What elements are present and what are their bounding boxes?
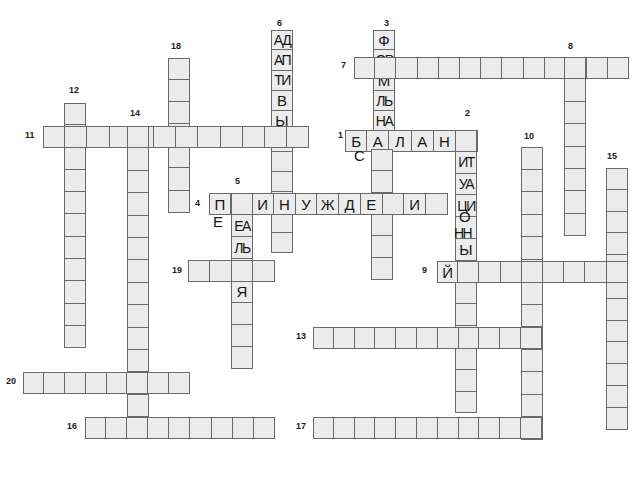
cell — [524, 57, 545, 79]
cell — [271, 172, 293, 192]
cell — [127, 126, 149, 148]
cell — [85, 417, 106, 439]
cell — [460, 57, 481, 79]
cell — [313, 417, 334, 439]
cell — [521, 395, 543, 418]
cell — [371, 214, 393, 236]
cell — [107, 372, 128, 394]
cell — [65, 126, 87, 148]
cell-letter: Е — [366, 197, 376, 212]
cell — [231, 347, 253, 369]
cell-letter: А — [417, 134, 427, 149]
cell-letter: Я — [237, 284, 248, 299]
cell — [127, 193, 149, 215]
word-7-across — [354, 57, 629, 79]
cell-letter: НА — [376, 114, 392, 128]
cell-letter: ТИ — [274, 73, 290, 87]
cell — [585, 261, 606, 283]
word-16-across — [85, 417, 275, 439]
word-19-across — [188, 260, 275, 282]
cell — [127, 305, 149, 327]
cell — [127, 238, 149, 260]
cell: АП — [271, 50, 293, 70]
cell — [355, 417, 376, 439]
cell — [64, 326, 86, 348]
cell — [606, 408, 628, 430]
cell — [190, 417, 211, 439]
clue-number-16: 16 — [67, 422, 77, 431]
cell — [455, 392, 477, 414]
stray-letter: Е — [213, 214, 223, 229]
cell: И — [404, 193, 426, 215]
cell — [44, 372, 65, 394]
cell — [64, 237, 86, 259]
cell: Ж — [317, 193, 339, 215]
cell — [455, 283, 477, 305]
cell — [148, 372, 169, 394]
clue-number-14: 14 — [130, 109, 140, 118]
cell — [210, 260, 232, 282]
word-11-across — [43, 126, 309, 148]
cell — [479, 261, 500, 283]
cell — [271, 233, 293, 253]
word-20-across — [23, 372, 190, 394]
cell: ТИ — [271, 71, 293, 91]
stray-letter: С — [354, 148, 365, 163]
cell-letter: В — [277, 93, 287, 108]
clue-number-2: 2 — [465, 109, 470, 118]
cell — [313, 327, 334, 349]
clue-number-9: 9 — [422, 266, 427, 275]
cell — [106, 417, 127, 439]
cell — [481, 57, 502, 79]
cell — [271, 213, 293, 233]
cell — [243, 126, 265, 148]
cell — [354, 57, 375, 79]
cell — [502, 57, 523, 79]
cell-letter: Ы — [459, 242, 472, 257]
cell — [127, 283, 149, 305]
cell — [127, 260, 149, 282]
cell — [355, 327, 376, 349]
cell: В — [271, 91, 293, 111]
cell — [564, 191, 586, 213]
cell — [168, 80, 190, 102]
cell — [455, 370, 477, 392]
cell: Е — [361, 193, 383, 215]
cell — [127, 148, 149, 170]
clue-number-13: 13 — [296, 332, 306, 341]
cell — [371, 258, 393, 280]
cell — [396, 417, 417, 439]
cell — [479, 327, 500, 349]
clue-number-12: 12 — [69, 86, 79, 95]
cell — [375, 57, 396, 79]
cell-letter: А — [373, 134, 383, 149]
cell: НА — [373, 111, 395, 131]
cell — [396, 57, 417, 79]
stray-letter: О — [459, 209, 471, 224]
cell: ЛЬ — [231, 237, 253, 259]
cell — [543, 261, 564, 283]
cell — [23, 372, 44, 394]
cell — [375, 417, 396, 439]
cell — [64, 259, 86, 281]
clue-number-17: 17 — [296, 422, 306, 431]
cell-letter: Н — [279, 197, 290, 212]
cell — [606, 233, 628, 255]
clue-number-10: 10 — [524, 132, 534, 141]
cell — [455, 348, 477, 370]
cell — [438, 327, 459, 349]
cell — [64, 281, 86, 303]
clue-number-19: 19 — [172, 266, 182, 275]
word-17-across — [313, 417, 542, 439]
cell: Ы — [455, 239, 477, 261]
cell: А — [412, 130, 434, 152]
cell — [64, 148, 86, 170]
clue-number-3: 3 — [384, 19, 389, 28]
cell — [564, 79, 586, 101]
cell — [564, 261, 585, 283]
cell — [521, 282, 543, 305]
cell — [265, 126, 287, 148]
cell — [198, 126, 220, 148]
clue-number-20: 20 — [6, 377, 16, 386]
cell-letter: УА — [459, 177, 473, 191]
cell — [438, 417, 459, 439]
cell — [606, 299, 628, 321]
cell — [188, 260, 210, 282]
cell-letter: У — [301, 197, 311, 212]
cell — [86, 372, 107, 394]
cell-letter: Й — [442, 265, 453, 280]
cell — [564, 102, 586, 124]
cell — [127, 417, 148, 439]
clue-number-11: 11 — [25, 131, 35, 140]
cell — [168, 58, 190, 80]
cell — [287, 126, 309, 148]
cell — [65, 372, 86, 394]
clue-number-18: 18 — [171, 42, 181, 51]
cell — [521, 237, 543, 260]
cell — [383, 193, 405, 215]
cell — [154, 126, 176, 148]
cell-letter: Н — [439, 134, 450, 149]
cell — [231, 193, 253, 215]
cell — [522, 261, 543, 283]
cell — [231, 303, 253, 325]
cell-letter: И — [409, 197, 420, 212]
cell — [127, 350, 149, 372]
cell: И — [252, 193, 274, 215]
cell — [87, 126, 109, 148]
cell: У — [296, 193, 318, 215]
cell-letter: И — [257, 197, 268, 212]
cell: Д — [339, 193, 361, 215]
cell-letter: ИТ — [458, 155, 474, 169]
cell — [127, 328, 149, 350]
cell — [168, 102, 190, 124]
cell — [606, 212, 628, 234]
cell — [455, 130, 477, 152]
clue-number-4: 4 — [195, 199, 200, 208]
clue-number-5: 5 — [235, 177, 240, 186]
cell — [459, 417, 480, 439]
cell-letter: ЛЬ — [376, 94, 391, 108]
cell — [521, 192, 543, 215]
cell — [43, 126, 65, 148]
cell — [64, 304, 86, 326]
cell — [371, 171, 393, 193]
cell — [254, 417, 275, 439]
cell-letter: АД — [274, 33, 290, 47]
crossword-board: АДАПТИВЫЙ6ФОРМЛЬНАЯ37818121114БАЛАН1ИТУА… — [0, 0, 640, 480]
cell-letter: ЕА — [234, 219, 250, 233]
clue-number-1: 1 — [338, 131, 343, 140]
cell — [564, 169, 586, 191]
cell-letter: ЛЬ — [234, 241, 249, 255]
cell: АД — [271, 30, 293, 50]
cell-letter: П — [214, 197, 225, 212]
word-10-down — [521, 147, 543, 440]
cell-letter: Л — [395, 134, 405, 149]
cell — [176, 126, 198, 148]
clue-number-7: 7 — [341, 61, 346, 70]
cell — [127, 171, 149, 193]
cell — [127, 216, 149, 238]
cell — [64, 103, 86, 125]
cell — [587, 57, 608, 79]
cell: Ф — [373, 30, 395, 50]
cell — [371, 236, 393, 258]
cell — [458, 261, 479, 283]
cell: Й — [437, 261, 458, 283]
cell — [521, 350, 543, 373]
cell — [500, 417, 521, 439]
cell — [564, 124, 586, 146]
word-13-across — [313, 327, 542, 349]
cell — [459, 327, 480, 349]
cell: Я — [231, 281, 253, 303]
word-15-down — [606, 168, 628, 430]
stray-letter: НН — [454, 226, 471, 240]
cell — [231, 325, 253, 347]
cell — [168, 146, 190, 168]
cell — [418, 57, 439, 79]
cell — [521, 417, 542, 439]
cell — [606, 386, 628, 408]
cell: П — [209, 193, 231, 215]
cell-letter: Д — [344, 197, 354, 212]
cell — [127, 372, 148, 394]
cell — [169, 417, 190, 439]
cell-letter: АП — [274, 53, 290, 67]
cell — [564, 147, 586, 169]
cell — [564, 214, 586, 236]
cell: ЕА — [231, 215, 253, 237]
cell — [521, 170, 543, 193]
clue-number-6: 6 — [277, 19, 282, 28]
cell — [501, 261, 522, 283]
cell: ЛЬ — [373, 91, 395, 111]
cell — [375, 327, 396, 349]
cell — [233, 417, 254, 439]
cell — [607, 261, 628, 283]
cell — [521, 215, 543, 238]
cell: Н — [434, 130, 456, 152]
cell — [334, 327, 355, 349]
clue-number-8: 8 — [568, 42, 573, 51]
cell — [606, 168, 628, 190]
cell — [64, 192, 86, 214]
cell-letter: Ф — [378, 33, 389, 48]
cell — [253, 260, 275, 282]
word-9-across: Й — [437, 261, 628, 283]
cell — [545, 57, 566, 79]
cell — [479, 417, 500, 439]
cell — [606, 364, 628, 386]
cell — [606, 321, 628, 343]
cell — [521, 372, 543, 395]
cell — [169, 372, 190, 394]
cell — [64, 214, 86, 236]
cell — [439, 57, 460, 79]
cell-letter: Ж — [321, 197, 335, 212]
cell — [232, 260, 254, 282]
cell — [426, 193, 448, 215]
cell: Н — [274, 193, 296, 215]
cell — [500, 327, 521, 349]
cell — [127, 395, 149, 417]
cell — [64, 170, 86, 192]
cell: ИТ — [455, 152, 477, 174]
word-8-down — [564, 57, 586, 236]
cell — [521, 305, 543, 328]
cell — [606, 190, 628, 212]
cell — [608, 57, 629, 79]
cell — [564, 57, 586, 79]
cell — [417, 327, 438, 349]
clue-number-15: 15 — [607, 152, 617, 161]
cell — [521, 327, 542, 349]
cell — [521, 147, 543, 170]
cell — [606, 342, 628, 364]
cell — [371, 149, 393, 171]
cell — [334, 417, 355, 439]
cell — [417, 417, 438, 439]
cell — [148, 417, 169, 439]
cell — [221, 126, 243, 148]
cell — [212, 417, 233, 439]
cell: УА — [455, 174, 477, 196]
cell — [455, 304, 477, 326]
cell — [271, 152, 293, 172]
cell — [168, 191, 190, 213]
cell — [168, 168, 190, 190]
cell — [396, 327, 417, 349]
